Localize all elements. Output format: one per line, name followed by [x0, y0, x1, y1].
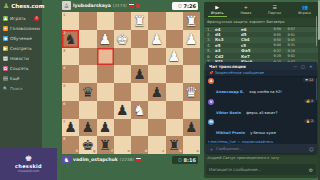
chat-overlay-input[interactable]: ＋ Сообщение... ☺ — [206, 144, 317, 153]
sidebar-label: Обучение — [10, 36, 32, 41]
rank-label: 4 — [63, 66, 66, 70]
chesscom-logo[interactable]: ♟ Chess.com — [0, 0, 42, 13]
square-h8[interactable]: 8h — [62, 136, 79, 154]
square-g8[interactable]: g♚ — [79, 136, 96, 154]
white-pawn[interactable]: ♟ — [185, 32, 198, 46]
chat-text: у белых хуже — [250, 131, 276, 135]
opponent-bar: ♙ lyubodarskaya (2174) ◻ 7:26 — [62, 0, 200, 11]
sidebar-label: Головоломки — [10, 26, 40, 31]
square-h6[interactable]: 6 — [62, 101, 79, 119]
square-a5[interactable]: ♛ — [183, 83, 200, 101]
chat-username[interactable]: Александр Б. — [216, 90, 244, 94]
chat-text: ход конём на h2! — [249, 90, 281, 94]
square-d6[interactable]: ♞ — [131, 101, 148, 119]
white-pawn[interactable]: ♟ — [99, 32, 112, 46]
square-b4[interactable] — [166, 65, 183, 83]
square-f5[interactable] — [97, 83, 114, 101]
tab-icon: + — [244, 5, 248, 10]
sidebar-label: Смотреть — [10, 46, 32, 51]
square-c8[interactable]: c — [148, 136, 165, 154]
search-label: Поиск — [10, 86, 23, 91]
black-rook[interactable]: ♜ — [99, 138, 112, 152]
close-icon[interactable]: ✕ — [308, 64, 314, 69]
white-move[interactable]: Кc3 — [215, 37, 241, 42]
reaction-badge[interactable]: ❤ 12 — [303, 78, 315, 82]
chat-username[interactable]: Mikhail Pronin — [216, 131, 245, 135]
white-move-time: 9:29 — [267, 54, 281, 58]
sidebar-icon: ◆ — [3, 36, 8, 41]
black-move[interactable]: Сb4 — [241, 37, 267, 42]
square-e4[interactable] — [114, 65, 131, 83]
black-pawn[interactable]: ♟ — [151, 85, 164, 99]
sidebar-item-3[interactable]: ◆ Обучение — [0, 33, 42, 43]
game-chat-input[interactable]: Напишите сообщение... ⚙ — [206, 164, 316, 175]
square-h1[interactable]: 1 — [62, 12, 79, 30]
sidebar-item-1[interactable]: ♟ Играть3 — [0, 13, 42, 23]
sidebar-icon: ⋯ — [3, 76, 8, 81]
move-number: 3. — [207, 37, 215, 42]
panel-tabs: ▶ Играть+ Новая☰ Партии👥 Игроки — [204, 2, 318, 18]
panel-tab-играть[interactable]: ▶ Играть — [208, 4, 227, 17]
chat-message[interactable]: t.me/chess_live — подписывайтесь — [208, 140, 315, 144]
move-number: 5. — [207, 48, 215, 53]
square-e3[interactable] — [114, 48, 131, 66]
white-rook[interactable]: ♜ — [133, 14, 146, 28]
move-list-scrollbar[interactable] — [316, 16, 318, 46]
rank-label: 1 — [63, 13, 66, 17]
black-move-time: 9:57 — [281, 27, 295, 31]
maximize-icon[interactable]: ▢ — [300, 64, 306, 69]
sidebar-icon: ▶ — [3, 46, 8, 51]
panel-tab-партии[interactable]: ☰ Партии — [265, 4, 284, 17]
opponent-clock-time: 7:26 — [184, 3, 196, 9]
tab-label: Партии — [268, 11, 281, 15]
square-g7[interactable]: ♟ — [79, 119, 96, 137]
minimize-icon[interactable]: — — [292, 64, 298, 69]
white-queen[interactable]: ♛ — [185, 85, 198, 99]
file-label: a — [197, 149, 199, 153]
opponent-title-badge — [136, 4, 140, 8]
file-label: e — [128, 149, 130, 153]
tab-icon: 👥 — [301, 5, 307, 10]
black-move-time: 9:31 — [281, 43, 295, 47]
file-label: d — [145, 149, 148, 153]
chat-system-message: Андрей Савчук присоединился к чату — [207, 156, 313, 160]
opening-name: Французская защита: вариант Винавера — [204, 18, 318, 27]
sidebar-item-6[interactable]: ✿ Соцсеть — [0, 63, 42, 73]
black-move-time: 9:02 — [281, 54, 295, 58]
chat-overlay-window[interactable]: Чат трансляции — ▢ ✕ 📌 Закреплённое сооб… — [206, 62, 317, 153]
square-b1[interactable] — [166, 12, 183, 30]
white-move-time: 9:44 — [267, 43, 281, 47]
black-move[interactable]: d5 — [241, 32, 267, 37]
logo-text: Chess.com — [11, 3, 44, 9]
square-e6[interactable]: ♟ — [114, 101, 131, 119]
chat-link[interactable]: t.me/chess_live — подписывайтесь — [208, 140, 273, 144]
move-number: 2. — [207, 32, 215, 37]
square-b7[interactable] — [166, 119, 183, 137]
player-clock: ◻ 8:16 — [172, 156, 198, 164]
tab-label: Играть — [211, 11, 224, 15]
black-rook[interactable]: ♜ — [168, 138, 181, 152]
square-a4[interactable] — [183, 65, 200, 83]
chat-avatar[interactable]: M — [208, 119, 214, 125]
player-rating: (2238) — [120, 157, 134, 162]
tab-icon: ▶ — [215, 5, 219, 10]
square-a6[interactable] — [183, 101, 200, 119]
sidebar-icon: ▤ — [3, 56, 8, 61]
square-c2[interactable]: ♟ — [148, 30, 165, 48]
square-b5[interactable] — [166, 83, 183, 101]
chesskid-tagline: chesskid.com — [18, 169, 40, 173]
sidebar-menu: ♟ Играть3⚹ Головоломки◆ Обучение▶ Смотре… — [0, 13, 42, 83]
chat-overlay-placeholder: Сообщение... — [216, 146, 307, 151]
black-move-time: 9:18 — [281, 49, 295, 53]
chesskid-ad-banner[interactable]: ♚ chesskid chesskid.com — [0, 148, 57, 180]
black-queen[interactable]: ♛ — [82, 85, 95, 99]
white-move-time: 9:58 — [267, 27, 281, 31]
square-b2[interactable] — [166, 30, 183, 48]
black-pawn[interactable]: ♟ — [116, 103, 129, 117]
sidebar-item-7[interactable]: ⋯ Ещё — [0, 73, 42, 83]
sidebar-label: Новости — [10, 56, 29, 61]
black-pawn[interactable]: ♟ — [64, 120, 77, 134]
square-c1[interactable] — [148, 12, 165, 30]
rank-label: 5 — [63, 84, 66, 88]
square-d4[interactable]: ♟ — [131, 65, 148, 83]
opponent-flag-icon — [129, 4, 134, 8]
tab-icon: ☰ — [272, 5, 276, 10]
file-label: h — [76, 149, 79, 153]
square-f6[interactable] — [97, 101, 114, 119]
pinned-message-text: 📌 Закреплённое сообщение — [209, 71, 264, 75]
panel-tab-новая[interactable]: + Новая — [237, 4, 254, 17]
square-g2[interactable] — [79, 30, 96, 48]
chat-message[interactable]: M Mikhail Pronin у белых хуже 🔥 2 — [208, 119, 315, 138]
search-icon: 🔍 — [3, 86, 8, 91]
black-move[interactable]: e6 — [241, 27, 267, 32]
pinned-message-bar[interactable]: 📌 Закреплённое сообщение — [206, 70, 317, 77]
white-move[interactable]: e4 — [215, 27, 241, 32]
square-f8[interactable]: f♜ — [97, 136, 114, 154]
sidebar-icon: ♟ — [3, 16, 8, 21]
square-a8[interactable]: a — [183, 136, 200, 154]
square-h2[interactable]: 2♞ — [62, 30, 79, 48]
white-move[interactable]: Сd2 — [215, 54, 241, 59]
white-move-time: 9:37 — [267, 49, 281, 53]
black-king[interactable]: ♚ — [82, 138, 95, 152]
sidebar-label: Ещё — [10, 76, 19, 81]
square-g4[interactable] — [79, 65, 96, 83]
player-flag-icon — [136, 158, 141, 162]
white-move-time: 9:50 — [267, 38, 281, 42]
chat-window-titlebar[interactable]: Чат трансляции — ▢ ✕ — [206, 62, 317, 70]
square-e7[interactable] — [114, 119, 131, 137]
move-number: 1. — [207, 27, 215, 32]
black-move[interactable]: Кe7 — [241, 54, 267, 59]
square-g1[interactable] — [79, 12, 96, 30]
opponent-username[interactable]: lyubodarskaya — [73, 3, 111, 8]
square-f2[interactable]: ♟ — [97, 30, 114, 48]
square-c4[interactable] — [148, 65, 165, 83]
square-d5[interactable] — [131, 83, 148, 101]
white-rook[interactable]: ♜ — [185, 14, 198, 28]
reaction-badge[interactable]: 👍 4 — [304, 99, 315, 103]
white-move[interactable]: d4 — [215, 32, 241, 37]
square-d8[interactable]: d — [131, 136, 148, 154]
square-a2[interactable]: ♟ — [183, 30, 200, 48]
black-pawn[interactable]: ♟ — [99, 120, 112, 134]
square-d7[interactable] — [131, 119, 148, 137]
square-a3[interactable] — [183, 48, 200, 66]
square-f1[interactable] — [97, 12, 114, 30]
square-f3[interactable] — [97, 48, 114, 66]
square-e8[interactable]: e — [114, 136, 131, 154]
notification-badge: 3 — [34, 16, 39, 21]
square-d1[interactable]: ♜ — [131, 12, 148, 30]
move-number: 6. — [207, 54, 215, 59]
player-username[interactable]: vadim_ostapchuk — [73, 157, 118, 162]
square-b3[interactable]: ♟ — [166, 48, 183, 66]
black-pawn[interactable]: ♟ — [133, 67, 146, 81]
sidebar-item-5[interactable]: ▤ Новости — [0, 53, 42, 63]
square-d3[interactable] — [131, 48, 148, 66]
tab-label: Новая — [240, 11, 251, 15]
square-a1[interactable]: ♜ — [183, 12, 200, 30]
square-h5[interactable]: 5 — [62, 83, 79, 101]
black-knight[interactable]: ♞ — [64, 32, 77, 46]
player-clock-time: 8:16 — [184, 157, 196, 163]
square-c3[interactable] — [148, 48, 165, 66]
chat-username[interactable]: Viktor Bonin — [216, 111, 241, 115]
white-pawn[interactable]: ♟ — [168, 49, 181, 63]
white-pawn[interactable]: ♟ — [151, 32, 164, 46]
sidebar-item-2[interactable]: ⚹ Головоломки — [0, 23, 42, 33]
black-move[interactable]: c5 — [241, 43, 267, 48]
chesskid-crown-icon: ♚ — [25, 155, 32, 163]
clock-icon: ◻ — [178, 3, 181, 8]
square-f4[interactable] — [97, 65, 114, 83]
square-e5[interactable] — [114, 83, 131, 101]
square-h7[interactable]: 7♟ — [62, 119, 79, 137]
gear-icon[interactable]: ⚙ — [309, 167, 313, 173]
sidebar-label: Играть — [10, 16, 26, 21]
opponent-avatar[interactable]: ♙ — [62, 1, 71, 10]
chat-text: ферзь a5 висит? — [246, 111, 277, 115]
white-move[interactable]: a3 — [215, 48, 241, 53]
player-avatar[interactable]: ♞ — [62, 155, 71, 164]
square-c7[interactable] — [148, 119, 165, 137]
chat-avatar[interactable]: V — [208, 99, 214, 105]
square-a7[interactable]: ♟ — [183, 119, 200, 137]
app-root: ♟ Chess.com ♟ Играть3⚹ Головоломки◆ Обуч… — [0, 0, 320, 180]
opponent-rating: (2174) — [113, 3, 127, 8]
square-h3[interactable]: 3 — [62, 48, 79, 66]
chat-avatar[interactable]: А — [208, 78, 214, 84]
file-label: c — [162, 149, 164, 153]
file-label: f — [111, 149, 113, 153]
square-g3[interactable] — [79, 48, 96, 66]
sidebar-label: Соцсеть — [10, 66, 29, 71]
square-g5[interactable]: ♛ — [79, 83, 96, 101]
chat-window-title: Чат трансляции — [209, 64, 290, 69]
white-knight[interactable]: ♞ — [133, 103, 146, 117]
square-f7[interactable]: ♟ — [97, 119, 114, 137]
player-bar: ♞ vadim_ostapchuk (2238) ◻ 8:16 — [62, 154, 200, 165]
square-c6[interactable] — [148, 101, 165, 119]
square-b8[interactable]: b♜ — [166, 136, 183, 154]
white-move[interactable]: e5 — [215, 43, 241, 48]
black-pawn[interactable]: ♟ — [185, 120, 198, 134]
square-e2[interactable]: ♚ — [114, 30, 131, 48]
rank-label: 6 — [63, 102, 66, 106]
rank-label: 3 — [63, 49, 66, 53]
pawn-logo-icon: ♟ — [3, 3, 9, 9]
emoji-icon[interactable]: ☺ — [309, 146, 314, 152]
sidebar-icon: ✿ — [3, 66, 8, 71]
chess-board[interactable]: 1♜♜2♞♟♚♟♟3♟4♟5♛♟♛6♟♞7♟♟♟♟8hg♚f♜edcb♜a — [62, 12, 200, 154]
black-move[interactable]: Фa5 — [241, 48, 267, 53]
square-b6[interactable] — [166, 101, 183, 119]
rank-label: 8 — [63, 137, 66, 141]
black-pawn[interactable]: ♟ — [82, 120, 95, 134]
square-e1[interactable] — [114, 12, 131, 30]
white-king[interactable]: ♚ — [116, 32, 129, 46]
opponent-clock: ◻ 7:26 — [172, 2, 198, 10]
black-move-time: 9:43 — [281, 38, 295, 42]
game-chat-placeholder: Напишите сообщение... — [209, 167, 307, 172]
square-d2[interactable] — [131, 30, 148, 48]
chat-message[interactable]: V Viktor Bonin ферзь a5 висит? 👍 4 — [208, 99, 315, 118]
chat-message[interactable]: А Александр Б. ход конём на h2! ❤ 12 — [208, 78, 315, 97]
attach-icon[interactable]: ＋ — [209, 146, 214, 152]
chat-message-list[interactable]: А Александр Б. ход конём на h2! ❤ 12V Vi… — [206, 77, 317, 144]
clock-icon: ◻ — [178, 157, 181, 162]
move-number: 4. — [207, 43, 215, 48]
square-g6[interactable] — [79, 101, 96, 119]
tab-label: Игроки — [298, 11, 311, 15]
black-move-time: 9:51 — [281, 33, 295, 37]
sidebar-item-4[interactable]: ▶ Смотреть — [0, 43, 42, 53]
white-move-time: 9:55 — [267, 33, 281, 37]
reaction-badge[interactable]: 🔥 2 — [304, 119, 315, 123]
panel-tab-игроки[interactable]: 👥 Игроки — [295, 4, 314, 17]
square-h4[interactable]: 4 — [62, 65, 79, 83]
sidebar-icon: ⚹ — [3, 26, 8, 31]
sidebar-search[interactable]: 🔍 Поиск — [0, 83, 42, 94]
chat-scrollbar[interactable] — [316, 78, 318, 100]
square-c5[interactable]: ♟ — [148, 83, 165, 101]
